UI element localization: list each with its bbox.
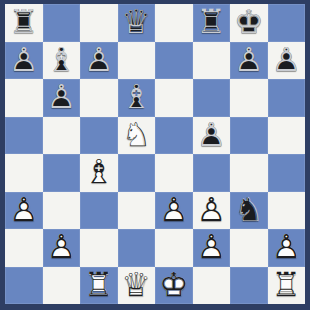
- white-queen-icon[interactable]: ♛♕: [118, 267, 156, 305]
- black-pawn-icon[interactable]: ♟♙: [268, 42, 306, 80]
- white-bishop-icon[interactable]: ♝♗: [80, 154, 118, 192]
- white-pawn-icon[interactable]: ♟♙: [268, 229, 306, 267]
- piece-outline-glyph: ♙: [80, 42, 118, 80]
- square-b6[interactable]: ♟♙: [43, 79, 81, 117]
- square-e1[interactable]: ♚♔: [155, 267, 193, 305]
- square-e7[interactable]: [155, 42, 193, 80]
- piece-outline-glyph: ♙: [193, 192, 231, 230]
- piece-outline-glyph: ♙: [230, 42, 268, 80]
- piece-outline-glyph: ♙: [43, 229, 81, 267]
- square-c2[interactable]: [80, 229, 118, 267]
- square-h8[interactable]: [268, 4, 306, 42]
- square-g3[interactable]: ♞♘: [230, 192, 268, 230]
- piece-outline-glyph: ♙: [5, 192, 43, 230]
- white-pawn-icon[interactable]: ♟♙: [155, 192, 193, 230]
- piece-outline-glyph: ♖: [193, 4, 231, 42]
- square-g2[interactable]: [230, 229, 268, 267]
- white-king-icon[interactable]: ♚♔: [155, 267, 193, 305]
- piece-outline-glyph: ♙: [193, 117, 231, 155]
- square-e4[interactable]: [155, 154, 193, 192]
- black-rook-icon[interactable]: ♜♖: [193, 4, 231, 42]
- square-f4[interactable]: [193, 154, 231, 192]
- square-h2[interactable]: ♟♙: [268, 229, 306, 267]
- white-pawn-icon[interactable]: ♟♙: [43, 229, 81, 267]
- piece-outline-glyph: ♙: [5, 42, 43, 80]
- square-c6[interactable]: [80, 79, 118, 117]
- square-f1[interactable]: [193, 267, 231, 305]
- square-e5[interactable]: [155, 117, 193, 155]
- piece-outline-glyph: ♙: [268, 42, 306, 80]
- black-pawn-icon[interactable]: ♟♙: [230, 42, 268, 80]
- square-b1[interactable]: [43, 267, 81, 305]
- square-a5[interactable]: [5, 117, 43, 155]
- square-e8[interactable]: [155, 4, 193, 42]
- square-a6[interactable]: [5, 79, 43, 117]
- square-b3[interactable]: [43, 192, 81, 230]
- square-g8[interactable]: ♚♔: [230, 4, 268, 42]
- white-pawn-icon[interactable]: ♟♙: [5, 192, 43, 230]
- square-e2[interactable]: [155, 229, 193, 267]
- white-pawn-icon[interactable]: ♟♙: [193, 192, 231, 230]
- square-b5[interactable]: [43, 117, 81, 155]
- square-d4[interactable]: [118, 154, 156, 192]
- square-a7[interactable]: ♟♙: [5, 42, 43, 80]
- black-pawn-icon[interactable]: ♟♙: [80, 42, 118, 80]
- piece-outline-glyph: ♖: [5, 4, 43, 42]
- piece-outline-glyph: ♗: [80, 154, 118, 192]
- piece-outline-glyph: ♗: [43, 42, 81, 80]
- piece-outline-glyph: ♕: [118, 4, 156, 42]
- piece-outline-glyph: ♔: [155, 267, 193, 305]
- square-a3[interactable]: ♟♙: [5, 192, 43, 230]
- piece-outline-glyph: ♔: [230, 4, 268, 42]
- piece-outline-glyph: ♗: [118, 79, 156, 117]
- piece-outline-glyph: ♖: [268, 267, 306, 305]
- piece-outline-glyph: ♕: [118, 267, 156, 305]
- white-knight-icon[interactable]: ♞♘: [118, 117, 156, 155]
- square-g7[interactable]: ♟♙: [230, 42, 268, 80]
- black-pawn-icon[interactable]: ♟♙: [43, 79, 81, 117]
- black-king-icon[interactable]: ♚♔: [230, 4, 268, 42]
- square-d1[interactable]: ♛♕: [118, 267, 156, 305]
- square-b7[interactable]: ♝♗: [43, 42, 81, 80]
- square-f7[interactable]: [193, 42, 231, 80]
- square-c3[interactable]: [80, 192, 118, 230]
- square-c5[interactable]: [80, 117, 118, 155]
- black-pawn-icon[interactable]: ♟♙: [193, 117, 231, 155]
- square-d8[interactable]: ♛♕: [118, 4, 156, 42]
- square-c1[interactable]: ♜♖: [80, 267, 118, 305]
- square-a4[interactable]: [5, 154, 43, 192]
- square-b4[interactable]: [43, 154, 81, 192]
- piece-outline-glyph: ♙: [155, 192, 193, 230]
- square-d2[interactable]: [118, 229, 156, 267]
- piece-outline-glyph: ♘: [230, 192, 268, 230]
- piece-outline-glyph: ♙: [43, 79, 81, 117]
- square-h1[interactable]: ♜♖: [268, 267, 306, 305]
- square-g1[interactable]: [230, 267, 268, 305]
- black-rook-icon[interactable]: ♜♖: [5, 4, 43, 42]
- square-f2[interactable]: ♟♙: [193, 229, 231, 267]
- square-d6[interactable]: ♝♗: [118, 79, 156, 117]
- square-h7[interactable]: ♟♙: [268, 42, 306, 80]
- white-rook-icon[interactable]: ♜♖: [80, 267, 118, 305]
- black-knight-icon[interactable]: ♞♘: [230, 192, 268, 230]
- square-d3[interactable]: [118, 192, 156, 230]
- square-c4[interactable]: ♝♗: [80, 154, 118, 192]
- chess-board: ♜♖♛♕♜♖♚♔♟♙♝♗♟♙♟♙♟♙♟♙♝♗♞♘♟♙♝♗♟♙♟♙♟♙♞♘♟♙♟♙…: [5, 4, 305, 304]
- piece-outline-glyph: ♙: [193, 229, 231, 267]
- square-c8[interactable]: [80, 4, 118, 42]
- square-g6[interactable]: [230, 79, 268, 117]
- square-g4[interactable]: [230, 154, 268, 192]
- square-h6[interactable]: [268, 79, 306, 117]
- piece-outline-glyph: ♘: [118, 117, 156, 155]
- chess-board-frame: ♜♖♛♕♜♖♚♔♟♙♝♗♟♙♟♙♟♙♟♙♝♗♞♘♟♙♝♗♟♙♟♙♟♙♞♘♟♙♟♙…: [0, 0, 310, 310]
- black-bishop-icon[interactable]: ♝♗: [43, 42, 81, 80]
- square-e6[interactable]: [155, 79, 193, 117]
- square-e3[interactable]: ♟♙: [155, 192, 193, 230]
- square-h3[interactable]: [268, 192, 306, 230]
- square-c7[interactable]: ♟♙: [80, 42, 118, 80]
- black-pawn-icon[interactable]: ♟♙: [5, 42, 43, 80]
- white-rook-icon[interactable]: ♜♖: [268, 267, 306, 305]
- square-d7[interactable]: [118, 42, 156, 80]
- square-f3[interactable]: ♟♙: [193, 192, 231, 230]
- black-queen-icon[interactable]: ♛♕: [118, 4, 156, 42]
- square-a1[interactable]: [5, 267, 43, 305]
- square-h5[interactable]: [268, 117, 306, 155]
- black-bishop-icon[interactable]: ♝♗: [118, 79, 156, 117]
- square-d5[interactable]: ♞♘: [118, 117, 156, 155]
- square-a8[interactable]: ♜♖: [5, 4, 43, 42]
- piece-outline-glyph: ♖: [80, 267, 118, 305]
- square-f6[interactable]: [193, 79, 231, 117]
- square-b8[interactable]: [43, 4, 81, 42]
- square-h4[interactable]: [268, 154, 306, 192]
- square-f8[interactable]: ♜♖: [193, 4, 231, 42]
- square-a2[interactable]: [5, 229, 43, 267]
- square-g5[interactable]: [230, 117, 268, 155]
- piece-outline-glyph: ♙: [268, 229, 306, 267]
- white-pawn-icon[interactable]: ♟♙: [193, 229, 231, 267]
- square-f5[interactable]: ♟♙: [193, 117, 231, 155]
- square-b2[interactable]: ♟♙: [43, 229, 81, 267]
